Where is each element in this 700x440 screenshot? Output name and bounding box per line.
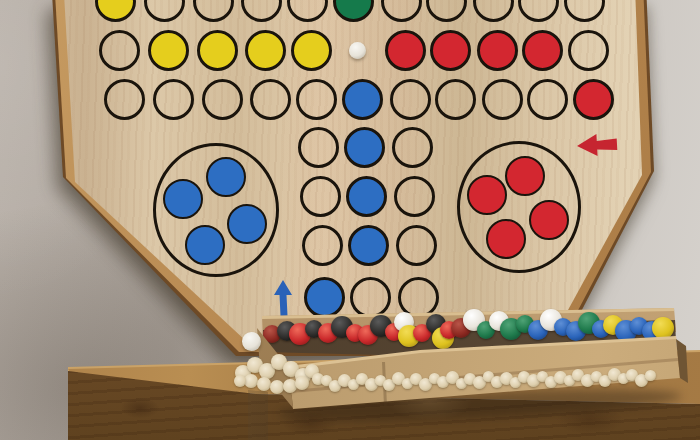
rope-knot-10 (295, 376, 309, 390)
scene (0, 0, 700, 440)
rope-braid-36 (645, 370, 656, 381)
rope-trim (0, 0, 700, 440)
rope-knot-7 (257, 377, 271, 391)
rope-knot-8 (270, 380, 284, 394)
rope-knot-6 (244, 374, 258, 388)
rope-knot-11 (234, 375, 246, 387)
